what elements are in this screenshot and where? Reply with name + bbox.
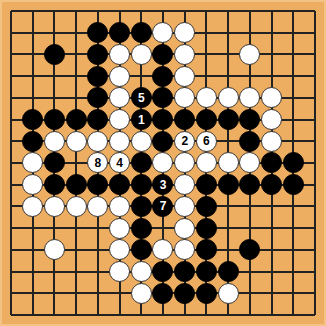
intersection-r15c7[interactable]: [130, 304, 152, 326]
white-stone: [239, 87, 260, 108]
intersection-r8c8[interactable]: [152, 152, 174, 174]
grid-line-vertical: [140, 304, 142, 315]
grid-line-vertical: [184, 304, 186, 315]
grid-line-vertical: [227, 217, 229, 239]
intersection-r11c9[interactable]: [174, 217, 196, 239]
intersection-r3c6[interactable]: [109, 43, 131, 65]
black-stone: [196, 283, 217, 304]
grid-line-vertical: [271, 304, 273, 315]
grid-line-vertical: [292, 11, 294, 22]
intersection-r15c9[interactable]: [174, 304, 196, 326]
intersection-r8c13[interactable]: [261, 152, 283, 174]
intersection-r14c12[interactable]: [239, 283, 261, 305]
intersection-r14c14[interactable]: [283, 283, 305, 305]
grid-line-vertical: [32, 261, 34, 283]
intersection-r15c8[interactable]: [152, 304, 174, 326]
intersection-r5c10[interactable]: [196, 87, 218, 109]
grid-line-horizontal: [11, 249, 22, 251]
white-stone: [239, 152, 260, 173]
intersection-r8c9[interactable]: [174, 152, 196, 174]
intersection-r7c11[interactable]: [217, 130, 239, 152]
intersection-r8c10[interactable]: [196, 152, 218, 174]
intersection-r2c3[interactable]: [43, 22, 65, 44]
intersection-r3c13[interactable]: [261, 43, 283, 65]
intersection-r10c13[interactable]: [261, 196, 283, 218]
grid-line-vertical: [249, 261, 251, 283]
black-stone-move-3: 3: [152, 174, 173, 195]
intersection-r4c12[interactable]: [239, 65, 261, 87]
black-stone: [239, 131, 260, 152]
grid-line-vertical: [314, 65, 316, 87]
intersection-r11c8[interactable]: [152, 217, 174, 239]
intersection-r12c1[interactable]: [0, 239, 22, 261]
intersection-r12c9[interactable]: [174, 239, 196, 261]
intersection-r15c10[interactable]: [196, 304, 218, 326]
intersection-r12c11[interactable]: [217, 239, 239, 261]
intersection-r11c1[interactable]: [0, 217, 22, 239]
intersection-r7c12[interactable]: [239, 130, 261, 152]
grid-line-vertical: [75, 217, 77, 239]
intersection-r10c5[interactable]: [87, 196, 109, 218]
intersection-r13c7[interactable]: [130, 261, 152, 283]
intersection-r5c5[interactable]: [87, 87, 109, 109]
intersection-r9c6[interactable]: [109, 174, 131, 196]
grid-line-vertical: [314, 22, 316, 44]
grid-line-vertical: [271, 283, 273, 305]
intersection-r3c2[interactable]: [22, 43, 44, 65]
intersection-r3c15[interactable]: [304, 43, 326, 65]
black-stone: [174, 283, 195, 304]
white-stone: [152, 22, 173, 43]
intersection-r14c9[interactable]: [174, 283, 196, 305]
intersection-r5c1[interactable]: [0, 87, 22, 109]
intersection-r6c14[interactable]: [283, 109, 305, 131]
grid-line-vertical: [97, 261, 99, 283]
intersection-r6c10[interactable]: [196, 109, 218, 131]
intersection-r14c13[interactable]: [261, 283, 283, 305]
white-stone: [44, 239, 65, 260]
intersection-r12c2[interactable]: [22, 239, 44, 261]
intersection-r10c8[interactable]: 7: [152, 196, 174, 218]
intersection-r13c13[interactable]: [261, 261, 283, 283]
grid-line-vertical: [162, 217, 164, 239]
intersection-r12c13[interactable]: [261, 239, 283, 261]
intersection-r4c15[interactable]: [304, 65, 326, 87]
intersection-r12c7[interactable]: [130, 239, 152, 261]
grid-line-horizontal: [11, 140, 22, 142]
grid-line-vertical: [227, 43, 229, 65]
grid-line-vertical: [249, 65, 251, 87]
intersection-r10c1[interactable]: [0, 196, 22, 218]
grid-line-vertical: [32, 87, 34, 109]
intersection-r1c14[interactable]: [283, 0, 305, 22]
intersection-r4c2[interactable]: [22, 65, 44, 87]
grid-line-vertical: [10, 87, 12, 109]
intersection-r2c5[interactable]: [87, 22, 109, 44]
intersection-r6c5[interactable]: [87, 109, 109, 131]
grid-line-vertical: [53, 65, 55, 87]
intersection-r6c8[interactable]: [152, 109, 174, 131]
intersection-r7c7[interactable]: [130, 130, 152, 152]
intersection-r13c8[interactable]: [152, 261, 174, 283]
intersection-r9c13[interactable]: [261, 174, 283, 196]
intersection-r3c10[interactable]: [196, 43, 218, 65]
intersection-r5c8[interactable]: [152, 87, 174, 109]
intersection-r12c3[interactable]: [43, 239, 65, 261]
intersection-r2c2[interactable]: [22, 22, 44, 44]
intersection-r10c6[interactable]: [109, 196, 131, 218]
intersection-r13c15[interactable]: [304, 261, 326, 283]
intersection-r3c14[interactable]: [283, 43, 305, 65]
intersection-r7c4[interactable]: [65, 130, 87, 152]
intersection-r4c14[interactable]: [283, 65, 305, 87]
intersection-r4c4[interactable]: [65, 65, 87, 87]
intersection-r8c15[interactable]: [304, 152, 326, 174]
intersection-r11c14[interactable]: [283, 217, 305, 239]
intersection-r6c13[interactable]: [261, 109, 283, 131]
intersection-r11c15[interactable]: [304, 217, 326, 239]
intersection-r14c3[interactable]: [43, 283, 65, 305]
intersection-r7c3[interactable]: [43, 130, 65, 152]
intersection-r9c1[interactable]: [0, 174, 22, 196]
grid-line-vertical: [10, 152, 12, 174]
intersection-r14c6[interactable]: [109, 283, 131, 305]
intersection-r14c2[interactable]: [22, 283, 44, 305]
intersection-r6c11[interactable]: [217, 109, 239, 131]
intersection-r14c7[interactable]: [130, 283, 152, 305]
grid-line-vertical: [97, 239, 99, 261]
intersection-r2c8[interactable]: [152, 22, 174, 44]
intersection-r13c11[interactable]: [217, 261, 239, 283]
grid-line-vertical: [271, 239, 273, 261]
intersection-r15c11[interactable]: [217, 304, 239, 326]
intersection-r9c8[interactable]: 3: [152, 174, 174, 196]
black-stone: [44, 109, 65, 130]
grid-line-vertical: [75, 22, 77, 44]
intersection-r1c10[interactable]: [196, 0, 218, 22]
white-stone: [109, 44, 130, 65]
intersection-r3c8[interactable]: [152, 43, 174, 65]
intersection-r7c13[interactable]: [261, 130, 283, 152]
black-stone: [283, 174, 304, 195]
intersection-r5c14[interactable]: [283, 87, 305, 109]
intersection-r8c6[interactable]: 4: [109, 152, 131, 174]
intersection-r15c12[interactable]: [239, 304, 261, 326]
intersection-r4c5[interactable]: [87, 65, 109, 87]
intersection-r11c6[interactable]: [109, 217, 131, 239]
intersection-r1c15[interactable]: [304, 0, 326, 22]
intersection-r7c2[interactable]: [22, 130, 44, 152]
intersection-r11c7[interactable]: [130, 217, 152, 239]
intersection-r9c10[interactable]: [196, 174, 218, 196]
intersection-r9c3[interactable]: [43, 174, 65, 196]
intersection-r4c11[interactable]: [217, 65, 239, 87]
black-stone: [109, 174, 130, 195]
intersection-r11c5[interactable]: [87, 217, 109, 239]
intersection-r8c4[interactable]: [65, 152, 87, 174]
intersection-r9c2[interactable]: [22, 174, 44, 196]
intersection-r12c14[interactable]: [283, 239, 305, 261]
intersection-r5c15[interactable]: [304, 87, 326, 109]
intersection-r3c12[interactable]: [239, 43, 261, 65]
intersection-r11c12[interactable]: [239, 217, 261, 239]
intersection-r7c6[interactable]: [109, 130, 131, 152]
intersection-r15c2[interactable]: [22, 304, 44, 326]
grid-line-vertical: [271, 217, 273, 239]
intersection-r3c11[interactable]: [217, 43, 239, 65]
intersection-r10c14[interactable]: [283, 196, 305, 218]
intersection-r10c9[interactable]: [174, 196, 196, 218]
intersection-r6c4[interactable]: [65, 109, 87, 131]
intersection-r13c14[interactable]: [283, 261, 305, 283]
intersection-r13c12[interactable]: [239, 261, 261, 283]
intersection-r5c12[interactable]: [239, 87, 261, 109]
black-stone: [218, 261, 239, 282]
intersection-r4c8[interactable]: [152, 65, 174, 87]
intersection-r4c13[interactable]: [261, 65, 283, 87]
intersection-r1c3[interactable]: [43, 0, 65, 22]
intersection-r10c3[interactable]: [43, 196, 65, 218]
intersection-r1c4[interactable]: [65, 0, 87, 22]
intersection-r2c15[interactable]: [304, 22, 326, 44]
grid-line-vertical: [53, 261, 55, 283]
intersection-r10c11[interactable]: [217, 196, 239, 218]
intersection-r13c1[interactable]: [0, 261, 22, 283]
intersection-r5c3[interactable]: [43, 87, 65, 109]
intersection-r9c4[interactable]: [65, 174, 87, 196]
intersection-r7c5[interactable]: [87, 130, 109, 152]
grid-line-vertical: [249, 11, 251, 22]
intersection-r12c8[interactable]: [152, 239, 174, 261]
intersection-r15c1[interactable]: [0, 304, 22, 326]
intersection-r15c3[interactable]: [43, 304, 65, 326]
white-stone: [66, 196, 87, 217]
intersection-r2c6[interactable]: [109, 22, 131, 44]
grid-line-vertical: [10, 130, 12, 152]
intersection-r1c6[interactable]: [109, 0, 131, 22]
intersection-r8c2[interactable]: [22, 152, 44, 174]
intersection-r2c4[interactable]: [65, 22, 87, 44]
intersection-r10c4[interactable]: [65, 196, 87, 218]
grid-line-vertical: [271, 196, 273, 218]
intersection-r14c4[interactable]: [65, 283, 87, 305]
intersection-r11c13[interactable]: [261, 217, 283, 239]
intersection-r2c10[interactable]: [196, 22, 218, 44]
grid-line-vertical: [314, 283, 316, 305]
intersection-r5c9[interactable]: [174, 87, 196, 109]
intersection-r15c14[interactable]: [283, 304, 305, 326]
grid-line-vertical: [32, 65, 34, 87]
intersection-r9c9[interactable]: [174, 174, 196, 196]
intersection-r10c15[interactable]: [304, 196, 326, 218]
intersection-r15c6[interactable]: [109, 304, 131, 326]
grid-line-vertical: [314, 87, 316, 109]
intersection-r14c1[interactable]: [0, 283, 22, 305]
intersection-r1c2[interactable]: [22, 0, 44, 22]
intersection-r5c13[interactable]: [261, 87, 283, 109]
intersection-r2c14[interactable]: [283, 22, 305, 44]
intersection-r1c8[interactable]: [152, 0, 174, 22]
intersection-r1c13[interactable]: [261, 0, 283, 22]
intersection-r3c5[interactable]: [87, 43, 109, 65]
intersection-r1c12[interactable]: [239, 0, 261, 22]
intersection-r10c10[interactable]: [196, 196, 218, 218]
white-stone: [87, 131, 108, 152]
intersection-r9c5[interactable]: [87, 174, 109, 196]
black-stone-move-1: 1: [131, 109, 152, 130]
grid-line-vertical: [75, 11, 77, 22]
intersection-r2c12[interactable]: [239, 22, 261, 44]
intersection-r14c15[interactable]: [304, 283, 326, 305]
intersection-r8c1[interactable]: [0, 152, 22, 174]
intersection-r2c11[interactable]: [217, 22, 239, 44]
intersection-r6c12[interactable]: [239, 109, 261, 131]
intersection-r8c11[interactable]: [217, 152, 239, 174]
intersection-r11c2[interactable]: [22, 217, 44, 239]
intersection-r14c5[interactable]: [87, 283, 109, 305]
intersection-r15c15[interactable]: [304, 304, 326, 326]
intersection-r6c7[interactable]: 1: [130, 109, 152, 131]
intersection-r11c4[interactable]: [65, 217, 87, 239]
intersection-r1c9[interactable]: [174, 0, 196, 22]
intersection-r4c7[interactable]: [130, 65, 152, 87]
intersection-r12c10[interactable]: [196, 239, 218, 261]
intersection-r10c2[interactable]: [22, 196, 44, 218]
intersection-r5c6[interactable]: [109, 87, 131, 109]
intersection-r5c2[interactable]: [22, 87, 44, 109]
white-stone: [109, 196, 130, 217]
intersection-r9c15[interactable]: [304, 174, 326, 196]
intersection-r11c11[interactable]: [217, 217, 239, 239]
black-stone: [131, 239, 152, 260]
intersection-r4c10[interactable]: [196, 65, 218, 87]
intersection-r3c4[interactable]: [65, 43, 87, 65]
grid-line-horizontal: [11, 10, 22, 12]
white-stone: [131, 44, 152, 65]
intersection-r5c11[interactable]: [217, 87, 239, 109]
intersection-r1c5[interactable]: [87, 0, 109, 22]
intersection-r6c3[interactable]: [43, 109, 65, 131]
intersection-r14c8[interactable]: [152, 283, 174, 305]
intersection-r13c6[interactable]: [109, 261, 131, 283]
intersection-r1c7[interactable]: [130, 0, 152, 22]
intersection-r2c1[interactable]: [0, 22, 22, 44]
intersection-r10c7[interactable]: [130, 196, 152, 218]
white-stone: [174, 174, 195, 195]
intersection-r4c6[interactable]: [109, 65, 131, 87]
intersection-r12c6[interactable]: [109, 239, 131, 261]
intersection-r3c1[interactable]: [0, 43, 22, 65]
intersection-r3c7[interactable]: [130, 43, 152, 65]
intersection-r6c6[interactable]: [109, 109, 131, 131]
grid-line-vertical: [271, 43, 273, 65]
black-stone: [131, 196, 152, 217]
white-stone: [44, 131, 65, 152]
grid-line-vertical: [75, 304, 77, 315]
intersection-r7c9[interactable]: 2: [174, 130, 196, 152]
intersection-r13c3[interactable]: [43, 261, 65, 283]
intersection-r14c11[interactable]: [217, 283, 239, 305]
intersection-r5c4[interactable]: [65, 87, 87, 109]
intersection-r7c14[interactable]: [283, 130, 305, 152]
grid-line-vertical: [292, 239, 294, 261]
intersection-r4c3[interactable]: [43, 65, 65, 87]
intersection-r7c1[interactable]: [0, 130, 22, 152]
intersection-r7c10[interactable]: 6: [196, 130, 218, 152]
grid-line-vertical: [32, 283, 34, 305]
intersection-r1c11[interactable]: [217, 0, 239, 22]
black-stone: [261, 174, 282, 195]
white-stone: [109, 87, 130, 108]
black-stone: [22, 109, 43, 130]
intersection-r9c14[interactable]: [283, 174, 305, 196]
grid-line-horizontal: [11, 227, 22, 229]
intersection-r8c3[interactable]: [43, 152, 65, 174]
intersection-r2c13[interactable]: [261, 22, 283, 44]
intersection-r15c13[interactable]: [261, 304, 283, 326]
intersection-r3c9[interactable]: [174, 43, 196, 65]
intersection-r13c5[interactable]: [87, 261, 109, 283]
intersection-r6c9[interactable]: [174, 109, 196, 131]
grid-line-vertical: [184, 11, 186, 22]
intersection-r14c10[interactable]: [196, 283, 218, 305]
intersection-r9c7[interactable]: [130, 174, 152, 196]
intersection-r7c15[interactable]: [304, 130, 326, 152]
intersection-r11c10[interactable]: [196, 217, 218, 239]
intersection-r15c5[interactable]: [87, 304, 109, 326]
intersection-r1c1[interactable]: [0, 0, 22, 22]
grid-line-vertical: [271, 11, 273, 22]
intersection-r9c12[interactable]: [239, 174, 261, 196]
intersection-r12c4[interactable]: [65, 239, 87, 261]
grid-line-vertical: [314, 239, 316, 261]
intersection-r12c15[interactable]: [304, 239, 326, 261]
white-stone: [174, 152, 195, 173]
intersection-r6c1[interactable]: [0, 109, 22, 131]
intersection-r8c14[interactable]: [283, 152, 305, 174]
intersection-r8c12[interactable]: [239, 152, 261, 174]
intersection-r11c3[interactable]: [43, 217, 65, 239]
black-stone: [174, 261, 195, 282]
intersection-r12c5[interactable]: [87, 239, 109, 261]
intersection-r8c5[interactable]: 8: [87, 152, 109, 174]
intersection-r4c1[interactable]: [0, 65, 22, 87]
grid-line-vertical: [292, 261, 294, 283]
intersection-r6c15[interactable]: [304, 109, 326, 131]
intersection-r13c4[interactable]: [65, 261, 87, 283]
intersection-r4c9[interactable]: [174, 65, 196, 87]
intersection-r2c9[interactable]: [174, 22, 196, 44]
intersection-r9c11[interactable]: [217, 174, 239, 196]
intersection-r2c7[interactable]: [130, 22, 152, 44]
intersection-r13c2[interactable]: [22, 261, 44, 283]
intersection-r15c4[interactable]: [65, 304, 87, 326]
intersection-r13c10[interactable]: [196, 261, 218, 283]
intersection-r5c7[interactable]: 5: [130, 87, 152, 109]
intersection-r7c8[interactable]: [152, 130, 174, 152]
intersection-r12c12[interactable]: [239, 239, 261, 261]
intersection-r6c2[interactable]: [22, 109, 44, 131]
grid-line-vertical: [292, 130, 294, 152]
grid-line-vertical: [227, 196, 229, 218]
white-stone: [66, 131, 87, 152]
intersection-r10c12[interactable]: [239, 196, 261, 218]
grid-line-vertical: [53, 87, 55, 109]
intersection-r13c9[interactable]: [174, 261, 196, 283]
intersection-r3c3[interactable]: [43, 43, 65, 65]
intersection-r8c7[interactable]: [130, 152, 152, 174]
grid-line-vertical: [10, 109, 12, 131]
